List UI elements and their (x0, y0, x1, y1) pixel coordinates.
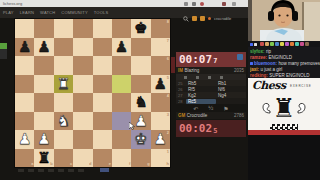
square-h5[interactable]: ♟5 (151, 75, 170, 94)
white-pawn-a2[interactable]: ♟ (15, 130, 34, 149)
coord-file-e: e (109, 162, 111, 166)
square-d1[interactable]: d (73, 149, 92, 168)
logo-rook-figure: ♜ (248, 90, 320, 126)
square-a5[interactable] (15, 75, 34, 94)
stream-column: slyfox:ripramzee:ENGINOLDbluemoon:how ma… (248, 0, 320, 180)
lichess-header: PLAYLEARNWATCHCOMMUNITYTOOLS crocrodile (0, 7, 248, 18)
square-a7[interactable]: ♟ (15, 38, 34, 57)
nav-item-tools[interactable]: TOOLS (94, 10, 109, 15)
nav-item-community[interactable]: COMMUNITY (61, 10, 87, 15)
emote-icon-7 (295, 42, 299, 46)
first-move-icon[interactable] (184, 76, 187, 79)
move-row-25: 25Rb5Rb1 (176, 80, 246, 86)
chat-badge-icon (250, 43, 253, 46)
square-b7[interactable]: ♟ (34, 38, 53, 57)
square-f8[interactable] (112, 19, 131, 38)
coord-file-h: h (167, 162, 169, 166)
coord-file-a: a (31, 162, 33, 166)
black-pawn-f7[interactable]: ♟ (112, 38, 131, 57)
emote-strip (260, 42, 309, 46)
player-clock-tenths: 5 (213, 127, 217, 137)
opponent-title: IM (178, 68, 183, 73)
square-f6[interactable] (112, 56, 131, 75)
opponent-player-bar: IM Blazing 2035 (176, 67, 246, 74)
screenshot-stage: lichess.org PLAYLEARNWATCHCOMMUNITYTOOLS… (0, 0, 320, 180)
coord-rank-8: 8 (167, 20, 169, 24)
coord-rank-4: 4 (167, 94, 169, 98)
square-g7[interactable] (131, 38, 150, 57)
record-icon[interactable] (200, 2, 204, 6)
move-row-27: 27Kg2Ng4 (176, 92, 246, 98)
chat-username[interactable]: bluemoon: (254, 61, 277, 66)
move-white-26[interactable]: Rf5 (186, 87, 216, 92)
square-f1[interactable]: f (112, 149, 131, 168)
square-b8[interactable] (34, 19, 53, 38)
square-c2[interactable] (54, 130, 73, 149)
status-dashes (18, 169, 88, 172)
square-e5[interactable] (93, 75, 112, 94)
player-rating: 2786 (234, 113, 244, 118)
opponent-clock: 00:077 (176, 52, 246, 67)
logo-red-strip (248, 130, 320, 135)
emote-icon-1 (265, 42, 269, 46)
challenge-icon[interactable] (192, 16, 197, 21)
chess-board: ♚8♟♟♟76♜♟5♞4♞♟3♟♟♚♟2a♜bcdefg1h (15, 19, 170, 167)
emote-icon-8 (300, 42, 304, 46)
square-e1[interactable]: e (93, 149, 112, 168)
square-b5[interactable] (34, 75, 53, 94)
site-nav: PLAYLEARNWATCHCOMMUNITYTOOLS (0, 10, 108, 15)
square-e3[interactable] (93, 112, 112, 131)
chat-badge-icon (250, 62, 253, 65)
coord-file-f: f (129, 162, 130, 166)
square-c4[interactable] (54, 93, 73, 112)
resign-button-icon[interactable]: ⚑ (223, 105, 228, 112)
nav-item-watch[interactable]: WATCH (40, 10, 55, 15)
logo-small-text: EXERCISE (290, 84, 312, 88)
webcam-video (248, 0, 320, 41)
coord-file-c: c (70, 162, 72, 166)
chat-username[interactable]: slyfox: (250, 49, 265, 54)
square-h1[interactable]: 1h (151, 149, 170, 168)
chat-text: how many premoves can you do lol (279, 61, 320, 66)
coord-rank-1: 1 (167, 150, 169, 154)
square-d3[interactable] (73, 112, 92, 131)
square-a2[interactable]: ♟ (15, 130, 34, 149)
square-e6[interactable] (93, 56, 112, 75)
move-list: 25Rb5Rb126Rf5Nf627Kg2Ng428Rc5 (176, 80, 246, 104)
black-king-g8[interactable]: ♚ (131, 19, 150, 38)
square-a3[interactable] (15, 112, 34, 131)
coord-rank-6: 6 (167, 57, 169, 61)
square-g4[interactable]: ♞ (131, 93, 150, 112)
chat-badge-icon (254, 43, 257, 46)
coord-file-d: d (89, 162, 91, 166)
coord-rank-3: 3 (167, 113, 169, 117)
status-chip (100, 168, 109, 172)
emote-icon-6 (290, 42, 294, 46)
browser-extension-icon[interactable] (184, 2, 188, 6)
opponent-rating: 2035 (234, 68, 244, 73)
square-a4[interactable] (15, 93, 34, 112)
notification-icon[interactable] (200, 16, 205, 21)
square-c8[interactable] (54, 19, 73, 38)
square-d7[interactable] (73, 38, 92, 57)
square-d5[interactable] (73, 75, 92, 94)
square-b4[interactable] (34, 93, 53, 112)
browser-menu-icon[interactable] (232, 2, 236, 6)
emote-icon-5 (285, 42, 289, 46)
square-h2[interactable]: ♟2 (151, 130, 170, 149)
square-h7[interactable]: 7 (151, 38, 170, 57)
coord-file-g: g (147, 162, 149, 166)
chat-text: ENGINOLD (269, 55, 293, 60)
player-title: GM (178, 113, 185, 118)
move-number: 28 (176, 99, 186, 104)
player-name[interactable]: Crocrodile (187, 113, 208, 118)
side-red-strip (171, 57, 175, 73)
square-e2[interactable] (93, 130, 112, 149)
white-rook-c5[interactable]: ♜ (54, 75, 73, 94)
rook-icon: ♜ (272, 95, 295, 121)
opponent-clock-time: 00:07 (179, 53, 212, 66)
square-f7[interactable]: ♟ (112, 38, 131, 57)
square-g1[interactable]: g (131, 149, 150, 168)
square-c1[interactable]: c (54, 149, 73, 168)
white-knight-c3[interactable]: ♞ (54, 112, 73, 131)
emote-icon-0 (260, 42, 264, 46)
square-b6[interactable] (34, 56, 53, 75)
move-number: 27 (176, 93, 186, 98)
square-h8[interactable]: 8 (151, 19, 170, 38)
prev-move-icon[interactable] (196, 76, 199, 79)
browser-toolbar: lichess.org (0, 0, 248, 7)
emote-icon-4 (280, 42, 284, 46)
move-black-27[interactable]: Ng4 (216, 93, 246, 98)
chat-text: rip (266, 49, 271, 54)
player-clock: 00:025 (176, 120, 246, 137)
square-h3[interactable]: 3 (151, 112, 170, 131)
square-h6[interactable]: 6 (151, 56, 170, 75)
channel-logo-panel: Chess EXERCISE ♜ (248, 78, 320, 135)
black-pawn-b7[interactable]: ♟ (34, 38, 53, 57)
square-g8[interactable]: ♚ (131, 19, 150, 38)
player-clock-time: 00:02 (179, 122, 212, 135)
square-c6[interactable] (54, 56, 73, 75)
browser-window: lichess.org PLAYLEARNWATCHCOMMUNITYTOOLS… (0, 0, 248, 180)
chat-text: SUPER ENGINOLD (269, 73, 309, 78)
emote-icon-2 (270, 42, 274, 46)
square-d8[interactable] (73, 19, 92, 38)
move-black-26[interactable]: Nf6 (216, 87, 246, 92)
square-g5[interactable] (131, 75, 150, 94)
move-white-27[interactable]: Kg2 (186, 93, 216, 98)
square-f2[interactable] (112, 130, 131, 149)
opponent-clock-tenths: 7 (213, 57, 217, 67)
square-c5[interactable]: ♜ (54, 75, 73, 94)
twitch-chat: slyfox:ripramzee:ENGINOLDbluemoon:how ma… (248, 47, 320, 78)
emote-icon-9 (305, 42, 309, 46)
square-f5[interactable] (112, 75, 131, 94)
nav-item-learn[interactable]: LEARN (20, 10, 34, 15)
move-white-25[interactable]: Rb5 (186, 81, 216, 86)
coord-file-b: b (50, 162, 52, 166)
square-d2[interactable] (73, 130, 92, 149)
coord-rank-7: 7 (167, 39, 169, 43)
square-d4[interactable] (73, 93, 92, 112)
square-g6[interactable] (131, 56, 150, 75)
square-a6[interactable] (15, 56, 34, 75)
next-move-icon[interactable] (208, 76, 211, 79)
browser-tab-title: lichess.org (0, 1, 22, 6)
square-a1[interactable]: a (15, 149, 34, 168)
draw-button-icon[interactable]: ½ (208, 105, 213, 111)
background-dark-strip (0, 49, 7, 59)
square-d6[interactable] (73, 56, 92, 75)
coord-rank-5: 5 (167, 76, 169, 80)
opponent-name[interactable]: Blazing (185, 68, 200, 73)
square-c7[interactable] (54, 38, 73, 57)
white-king-g2[interactable]: ♚ (131, 130, 150, 149)
move-number: 25 (176, 81, 186, 86)
square-g2[interactable]: ♚ (131, 130, 150, 149)
square-e4[interactable] (93, 93, 112, 112)
square-b3[interactable] (34, 112, 53, 131)
browser-extension-icon[interactable] (192, 2, 196, 6)
last-move-icon[interactable] (220, 76, 223, 79)
chat-username[interactable]: ramzee: (250, 55, 267, 60)
nav-item-play[interactable]: PLAY (3, 10, 14, 15)
chat-username[interactable]: redking: (250, 73, 268, 78)
browser-extension-icon[interactable] (222, 2, 226, 6)
move-number: 26 (176, 87, 186, 92)
clock-side-icon[interactable] (237, 54, 243, 60)
chat-message: bluemoon:how many premoves can you do lo… (250, 60, 320, 66)
move-white-28[interactable]: Rc5 (186, 99, 216, 104)
emote-icon-3 (275, 42, 279, 46)
square-b1[interactable]: ♜b (34, 149, 53, 168)
black-knight-g4[interactable]: ♞ (131, 93, 150, 112)
header-right: crocrodile (183, 16, 231, 22)
white-pawn-b2[interactable]: ♟ (34, 130, 53, 149)
square-f4[interactable] (112, 93, 131, 112)
square-c3[interactable]: ♞ (54, 112, 73, 131)
search-icon[interactable] (183, 16, 189, 22)
square-a8[interactable] (15, 19, 34, 38)
player-bar: GM Crocrodile 2786 (176, 112, 246, 119)
mouse-cursor-icon (129, 122, 135, 130)
chat-text: u just a girl (261, 67, 283, 72)
move-row-26: 26Rf5Nf6 (176, 86, 246, 92)
move-black-25[interactable]: Rb1 (216, 81, 246, 86)
flex-arm-icon (297, 102, 306, 114)
square-h4[interactable]: 4 (151, 93, 170, 112)
coord-rank-2: 2 (167, 131, 169, 135)
square-e7[interactable] (93, 38, 112, 57)
alert-dot-icon (208, 17, 211, 20)
black-pawn-a7[interactable]: ♟ (15, 38, 34, 57)
chat-username[interactable]: jaxi: (250, 67, 259, 72)
flex-arm-icon (262, 102, 271, 114)
header-username[interactable]: crocrodile (214, 16, 231, 21)
game-actions: ↶½⚑ (176, 104, 246, 112)
square-b2[interactable]: ♟ (34, 130, 53, 149)
takeback-button-icon[interactable]: ↶ (193, 105, 198, 112)
square-e8[interactable] (93, 19, 112, 38)
